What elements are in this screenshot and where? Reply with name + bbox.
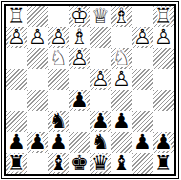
square-g2[interactable]: ♟♙: [27, 27, 48, 48]
square-f4[interactable]: [48, 69, 69, 90]
square-d2[interactable]: [90, 27, 111, 48]
square-c4[interactable]: ♟♙: [111, 69, 132, 90]
square-d5[interactable]: [90, 90, 111, 111]
black-pawn: ♟: [111, 111, 132, 132]
square-g8[interactable]: [27, 153, 48, 174]
black-knight: ♞: [90, 132, 111, 153]
square-b1[interactable]: [132, 6, 153, 27]
black-bishop: ♝: [111, 153, 132, 174]
black-pawn: ♟: [132, 132, 153, 153]
square-e3[interactable]: ♟♙: [69, 48, 90, 69]
square-g1[interactable]: [27, 6, 48, 27]
square-a5[interactable]: [153, 90, 174, 111]
square-a2[interactable]: ♟♙: [153, 27, 174, 48]
white-knight: ♞♘: [48, 48, 69, 69]
square-c6[interactable]: ♟: [111, 111, 132, 132]
square-h6[interactable]: [6, 111, 27, 132]
white-queen: ♛♕: [90, 6, 111, 27]
white-pawn: ♟♙: [48, 27, 69, 48]
white-pawn: ♟♙: [27, 27, 48, 48]
square-h2[interactable]: ♟♙: [6, 27, 27, 48]
board-frame-outer: ♜♖♚♔♛♕♝♗♜♖♟♙♟♙♟♙♝♗♟♙♟♙♞♘♟♙♞♘♟♙♟♙♟♞♟♟♟♟♟♞…: [1, 1, 179, 179]
white-bishop: ♝♗: [111, 6, 132, 27]
white-knight: ♞♘: [111, 48, 132, 69]
square-c8[interactable]: ♝: [111, 153, 132, 174]
square-b4[interactable]: [132, 69, 153, 90]
white-bishop: ♝♗: [69, 27, 90, 48]
square-f3[interactable]: ♞♘: [48, 48, 69, 69]
black-pawn: ♟: [6, 132, 27, 153]
black-rook: ♜: [6, 153, 27, 174]
square-g3[interactable]: [27, 48, 48, 69]
square-d8[interactable]: ♛: [90, 153, 111, 174]
square-e2[interactable]: ♝♗: [69, 27, 90, 48]
square-d1[interactable]: ♛♕: [90, 6, 111, 27]
square-b8[interactable]: [132, 153, 153, 174]
square-e8[interactable]: ♚: [69, 153, 90, 174]
square-f8[interactable]: ♝: [48, 153, 69, 174]
chess-board: ♜♖♚♔♛♕♝♗♜♖♟♙♟♙♟♙♝♗♟♙♟♙♞♘♟♙♞♘♟♙♟♙♟♞♟♟♟♟♟♞…: [6, 6, 174, 174]
square-d3[interactable]: [90, 48, 111, 69]
square-f1[interactable]: [48, 6, 69, 27]
square-a7[interactable]: ♟: [153, 132, 174, 153]
square-d7[interactable]: ♞: [90, 132, 111, 153]
square-e5[interactable]: ♟: [69, 90, 90, 111]
square-a6[interactable]: [153, 111, 174, 132]
square-f5[interactable]: [48, 90, 69, 111]
square-b3[interactable]: [132, 48, 153, 69]
square-f2[interactable]: ♟♙: [48, 27, 69, 48]
diagram-page: ♜♖♚♔♛♕♝♗♜♖♟♙♟♙♟♙♝♗♟♙♟♙♞♘♟♙♞♘♟♙♟♙♟♞♟♟♟♟♟♞…: [0, 0, 181, 180]
white-pawn: ♟♙: [90, 69, 111, 90]
square-b5[interactable]: [132, 90, 153, 111]
black-king: ♚: [69, 153, 90, 174]
white-rook: ♜♖: [6, 6, 27, 27]
black-bishop: ♝: [48, 153, 69, 174]
square-c2[interactable]: [111, 27, 132, 48]
black-pawn: ♟: [153, 132, 174, 153]
square-a1[interactable]: ♜♖: [153, 6, 174, 27]
square-f6[interactable]: ♞: [48, 111, 69, 132]
black-pawn: ♟: [48, 132, 69, 153]
square-e1[interactable]: ♚♔: [69, 6, 90, 27]
square-b6[interactable]: [132, 111, 153, 132]
square-e7[interactable]: [69, 132, 90, 153]
black-pawn: ♟: [69, 90, 90, 111]
black-queen: ♛: [90, 153, 111, 174]
white-pawn: ♟♙: [153, 27, 174, 48]
white-rook: ♜♖: [153, 6, 174, 27]
square-e6[interactable]: [69, 111, 90, 132]
square-g7[interactable]: ♟: [27, 132, 48, 153]
square-b2[interactable]: ♟♙: [132, 27, 153, 48]
square-c1[interactable]: ♝♗: [111, 6, 132, 27]
square-h8[interactable]: ♜: [6, 153, 27, 174]
black-pawn: ♟: [27, 132, 48, 153]
square-a3[interactable]: [153, 48, 174, 69]
square-g6[interactable]: [27, 111, 48, 132]
square-g4[interactable]: [27, 69, 48, 90]
square-h5[interactable]: [6, 90, 27, 111]
square-a8[interactable]: ♜: [153, 153, 174, 174]
board-frame-inner: ♜♖♚♔♛♕♝♗♜♖♟♙♟♙♟♙♝♗♟♙♟♙♞♘♟♙♞♘♟♙♟♙♟♞♟♟♟♟♟♞…: [4, 4, 176, 176]
square-d4[interactable]: ♟♙: [90, 69, 111, 90]
square-c7[interactable]: [111, 132, 132, 153]
square-h4[interactable]: [6, 69, 27, 90]
square-c5[interactable]: [111, 90, 132, 111]
square-e4[interactable]: [69, 69, 90, 90]
black-pawn: ♟: [90, 111, 111, 132]
white-pawn: ♟♙: [132, 27, 153, 48]
square-c3[interactable]: ♞♘: [111, 48, 132, 69]
white-king: ♚♔: [69, 6, 90, 27]
square-a4[interactable]: [153, 69, 174, 90]
white-pawn: ♟♙: [69, 48, 90, 69]
black-knight: ♞: [48, 111, 69, 132]
square-b7[interactable]: ♟: [132, 132, 153, 153]
square-h7[interactable]: ♟: [6, 132, 27, 153]
square-g5[interactable]: [27, 90, 48, 111]
white-pawn: ♟♙: [6, 27, 27, 48]
black-rook: ♜: [153, 153, 174, 174]
square-d6[interactable]: ♟: [90, 111, 111, 132]
square-h3[interactable]: [6, 48, 27, 69]
square-f7[interactable]: ♟: [48, 132, 69, 153]
white-pawn: ♟♙: [111, 69, 132, 90]
square-h1[interactable]: ♜♖: [6, 6, 27, 27]
